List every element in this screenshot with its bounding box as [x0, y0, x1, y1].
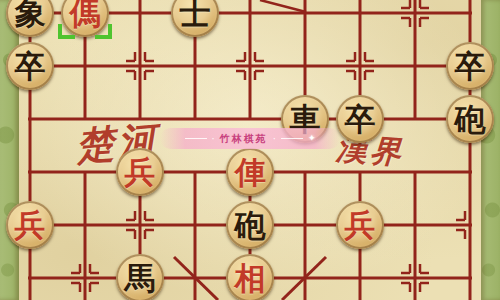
xiangqi-board[interactable]: 楚河 漢界 象傌士卒卒車卒砲兵俥兵砲兵馬相 · 竹林棋苑 · ✦: [0, 0, 500, 300]
piece-卒-g6[interactable]: 卒: [336, 95, 384, 143]
piece-glyph: 俥: [235, 148, 266, 196]
piece-glyph: 兵: [125, 148, 156, 196]
piece-glyph: 象: [15, 0, 46, 37]
banner-line-left: [185, 138, 207, 139]
piece-兵-a4[interactable]: 兵: [6, 201, 54, 249]
banner-title: 竹林棋苑: [220, 132, 268, 146]
banner-line-right: [281, 138, 303, 139]
piece-glyph: 相: [235, 254, 266, 300]
piece-相-e3[interactable]: 相: [226, 254, 274, 300]
piece-glyph: 士: [180, 0, 211, 37]
piece-glyph: 馬: [125, 254, 156, 300]
piece-馬-c3[interactable]: 馬: [116, 254, 164, 300]
watermark-banner: · 竹林棋苑 · ✦: [160, 128, 340, 149]
piece-砲-i6[interactable]: 砲: [446, 95, 494, 143]
selection-bracket: [58, 0, 112, 39]
piece-卒-a7[interactable]: 卒: [6, 42, 54, 90]
piece-glyph: 兵: [15, 201, 46, 249]
piece-glyph: 砲: [235, 201, 266, 249]
piece-glyph: 砲: [455, 95, 486, 143]
banner-separator-left: ·: [212, 134, 215, 144]
piece-glyph: 卒: [455, 42, 486, 90]
banner-separator-right: ·: [273, 134, 276, 144]
piece-兵-c5[interactable]: 兵: [116, 148, 164, 196]
piece-glyph: 卒: [15, 42, 46, 90]
piece-砲-e4[interactable]: 砲: [226, 201, 274, 249]
piece-俥-e5[interactable]: 俥: [226, 148, 274, 196]
piece-glyph: 卒: [345, 95, 376, 143]
piece-兵-g4[interactable]: 兵: [336, 201, 384, 249]
piece-glyph: 兵: [345, 201, 376, 249]
piece-卒-i7[interactable]: 卒: [446, 42, 494, 90]
sparkle-icon: ✦: [308, 134, 316, 143]
